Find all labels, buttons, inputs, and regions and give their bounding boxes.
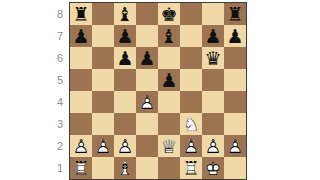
square-c2[interactable]: ♟♙ [114,135,136,157]
rank-label-7: 7 [48,25,66,47]
square-e4[interactable] [158,91,180,113]
square-f7[interactable] [180,25,202,47]
square-c6[interactable]: ♟ [114,47,136,69]
black-pawn: ♟ [202,25,224,47]
square-b7[interactable] [92,25,114,47]
square-b6[interactable] [92,47,114,69]
rank-label-8: 8 [48,3,66,25]
square-e7[interactable]: ♝ [158,25,180,47]
rank-label-2: 2 [48,135,66,157]
square-f6[interactable] [180,47,202,69]
square-g5[interactable] [202,69,224,91]
square-h4[interactable] [224,91,246,113]
chess-diagram: 87654321 ♜♝♚♜♟♟♝♟♟♟♟♛♟♟♙♞♘♟♙♟♙♟♙♛♕♟♙♟♙♟♙… [0,0,320,180]
square-f8[interactable] [180,3,202,25]
square-b8[interactable] [92,3,114,25]
square-c4[interactable] [114,91,136,113]
square-a8[interactable]: ♜ [70,3,92,25]
square-b1[interactable] [92,157,114,179]
white-pawn: ♟♙ [136,91,158,113]
white-pawn: ♟♙ [202,135,224,157]
black-king: ♚ [158,3,180,25]
black-bishop: ♝ [114,3,136,25]
square-b3[interactable] [92,113,114,135]
square-g8[interactable] [202,3,224,25]
square-e6[interactable] [158,47,180,69]
square-h8[interactable]: ♜ [224,3,246,25]
square-e8[interactable]: ♚ [158,3,180,25]
square-a1[interactable]: ♜♖ [70,157,92,179]
white-queen: ♛♕ [158,135,180,157]
white-knight: ♞♘ [180,113,202,135]
square-h3[interactable] [224,113,246,135]
square-h6[interactable] [224,47,246,69]
chess-board: ♜♝♚♜♟♟♝♟♟♟♟♛♟♟♙♞♘♟♙♟♙♟♙♛♕♟♙♟♙♟♙♜♖♝♗♜♖♚♔ [69,2,247,180]
white-rook: ♜♖ [70,157,92,179]
black-pawn: ♟ [114,25,136,47]
white-pawn: ♟♙ [70,135,92,157]
square-e3[interactable] [158,113,180,135]
square-c8[interactable]: ♝ [114,3,136,25]
square-f2[interactable]: ♟♙ [180,135,202,157]
white-king: ♚♔ [202,157,224,179]
square-f5[interactable] [180,69,202,91]
white-pawn: ♟♙ [180,135,202,157]
rank-label-5: 5 [48,69,66,91]
black-bishop: ♝ [158,25,180,47]
square-d6[interactable]: ♟ [136,47,158,69]
black-pawn: ♟ [158,69,180,91]
rank-label-1: 1 [48,157,66,179]
square-e2[interactable]: ♛♕ [158,135,180,157]
white-rook: ♜♖ [180,157,202,179]
square-g3[interactable] [202,113,224,135]
square-d2[interactable] [136,135,158,157]
square-d3[interactable] [136,113,158,135]
square-a4[interactable] [70,91,92,113]
square-c7[interactable]: ♟ [114,25,136,47]
white-pawn: ♟♙ [92,135,114,157]
black-rook: ♜ [70,3,92,25]
rank-label-3: 3 [48,113,66,135]
square-g6[interactable]: ♛ [202,47,224,69]
board-grid: ♜♝♚♜♟♟♝♟♟♟♟♛♟♟♙♞♘♟♙♟♙♟♙♛♕♟♙♟♙♟♙♜♖♝♗♜♖♚♔ [70,3,246,179]
black-pawn: ♟ [114,47,136,69]
black-pawn: ♟ [136,47,158,69]
square-a6[interactable] [70,47,92,69]
white-bishop: ♝♗ [114,157,136,179]
square-d7[interactable] [136,25,158,47]
square-f3[interactable]: ♞♘ [180,113,202,135]
rank-label-4: 4 [48,91,66,113]
black-queen: ♛ [202,47,224,69]
square-a3[interactable] [70,113,92,135]
square-h1[interactable] [224,157,246,179]
square-d1[interactable] [136,157,158,179]
square-c3[interactable] [114,113,136,135]
square-f1[interactable]: ♜♖ [180,157,202,179]
square-d5[interactable] [136,69,158,91]
square-a2[interactable]: ♟♙ [70,135,92,157]
square-g1[interactable]: ♚♔ [202,157,224,179]
square-h2[interactable]: ♟♙ [224,135,246,157]
square-c5[interactable] [114,69,136,91]
square-b2[interactable]: ♟♙ [92,135,114,157]
rank-labels: 87654321 [48,3,66,179]
square-a5[interactable] [70,69,92,91]
square-e5[interactable]: ♟ [158,69,180,91]
square-f4[interactable] [180,91,202,113]
black-pawn: ♟ [224,25,246,47]
white-pawn: ♟♙ [114,135,136,157]
square-h7[interactable]: ♟ [224,25,246,47]
black-rook: ♜ [224,3,246,25]
square-h5[interactable] [224,69,246,91]
square-d4[interactable]: ♟♙ [136,91,158,113]
square-e1[interactable] [158,157,180,179]
square-b4[interactable] [92,91,114,113]
square-g4[interactable] [202,91,224,113]
black-pawn: ♟ [70,25,92,47]
white-pawn: ♟♙ [224,135,246,157]
square-g2[interactable]: ♟♙ [202,135,224,157]
square-c1[interactable]: ♝♗ [114,157,136,179]
rank-label-6: 6 [48,47,66,69]
square-a7[interactable]: ♟ [70,25,92,47]
square-d8[interactable] [136,3,158,25]
square-b5[interactable] [92,69,114,91]
square-g7[interactable]: ♟ [202,25,224,47]
